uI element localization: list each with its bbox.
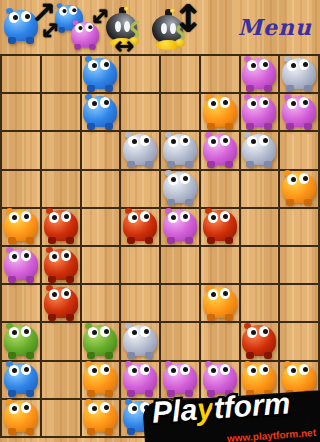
bomb-spark-icon — [170, 8, 175, 13]
eye — [287, 174, 297, 185]
board-cell-r3c1[interactable] — [2, 132, 42, 170]
board-cell-r4c7[interactable] — [241, 171, 281, 209]
board-cell-r2c4[interactable] — [121, 94, 161, 132]
pink-critter-icon — [71, 24, 99, 48]
board-cell-r2c5[interactable] — [161, 94, 201, 132]
bomb-icon — [150, 8, 188, 50]
eye — [140, 326, 150, 337]
piece-green[interactable] — [83, 325, 117, 356]
piece-pink[interactable] — [242, 96, 276, 127]
board-cell-r1c1[interactable] — [2, 56, 42, 94]
eye — [9, 327, 19, 338]
board-cell-r2c1[interactable] — [2, 94, 42, 132]
board-cell-r8c5[interactable] — [161, 323, 201, 361]
board-cell-r5c8[interactable] — [280, 209, 320, 247]
board-cell-r5c3[interactable] — [82, 209, 122, 247]
piece-green[interactable] — [4, 325, 38, 356]
eye — [9, 251, 19, 262]
eye — [299, 364, 309, 375]
eye — [140, 211, 150, 222]
piece-pink[interactable] — [163, 210, 197, 241]
board-cell-r7c4[interactable] — [121, 285, 161, 323]
eye — [69, 6, 77, 15]
eye — [259, 135, 269, 146]
board-cell-r6c1[interactable] — [2, 247, 42, 285]
board-cell-r6c6[interactable] — [201, 247, 241, 285]
board-cell-r4c5[interactable] — [161, 171, 201, 209]
eye — [88, 403, 98, 414]
eye — [21, 11, 31, 22]
swap-critters-tool-button[interactable]: ↔ ↔ — [48, 4, 104, 54]
board-cell-r5c2[interactable] — [42, 209, 82, 247]
eye — [85, 23, 93, 32]
piece-orange[interactable] — [4, 401, 38, 432]
eye — [220, 97, 230, 108]
eye — [180, 173, 190, 184]
eye — [299, 173, 309, 184]
game-screen: ↗ ↔ ↔ ↔ — [0, 0, 320, 442]
eye — [21, 250, 31, 261]
board-cell-r3c5[interactable] — [161, 132, 201, 170]
eye — [208, 212, 218, 223]
bomb-column-tool-button[interactable]: ↕ — [148, 6, 198, 52]
board-cell-r1c6[interactable] — [201, 56, 241, 94]
eye — [128, 212, 138, 223]
board-cell-r6c2[interactable] — [42, 247, 82, 285]
board-cell-r6c4[interactable] — [121, 247, 161, 285]
playtform-watermark: Playtform www.playtform.net — [148, 390, 320, 442]
bomb-row-tool-button[interactable]: ↔ — [104, 4, 148, 52]
eye — [128, 365, 138, 376]
piece-red[interactable] — [242, 325, 276, 356]
eye — [168, 365, 178, 376]
board-cell-r1c4[interactable] — [121, 56, 161, 94]
board-cell-r4c1[interactable] — [2, 171, 42, 209]
board-cell-r3c7[interactable] — [241, 132, 281, 170]
move-diagonal-tool-button[interactable]: ↗ — [2, 6, 48, 52]
eye — [61, 250, 71, 261]
piece-red[interactable] — [44, 249, 78, 280]
board-cell-r5c5[interactable] — [161, 209, 201, 247]
board-cell-r1c2[interactable] — [42, 56, 82, 94]
piece-red[interactable] — [44, 210, 78, 241]
eye — [247, 60, 257, 71]
piece-orange[interactable] — [4, 210, 38, 241]
board-cell-r9c2[interactable] — [42, 362, 82, 400]
eye — [128, 136, 138, 147]
eye — [49, 212, 59, 223]
piece-red[interactable] — [203, 210, 237, 241]
eye — [9, 212, 19, 223]
eye — [128, 403, 138, 414]
piece-red[interactable] — [44, 287, 78, 318]
eye — [287, 98, 297, 109]
eye — [100, 326, 110, 337]
board-cell-r8c7[interactable] — [241, 323, 281, 361]
board-cell-r2c2[interactable] — [42, 94, 82, 132]
piece-silver[interactable] — [163, 172, 197, 203]
eye — [88, 98, 98, 109]
eye — [247, 136, 257, 147]
piece-orange[interactable] — [203, 96, 237, 127]
eye — [168, 212, 178, 223]
piece-pink[interactable] — [242, 58, 276, 89]
board-cell-r8c8[interactable] — [280, 323, 320, 361]
eye — [88, 365, 98, 376]
board-cell-r7c7[interactable] — [241, 285, 281, 323]
board-cell-r5c1[interactable] — [2, 209, 42, 247]
board-cell-r6c8[interactable] — [280, 247, 320, 285]
board-cell-r9c3[interactable] — [82, 362, 122, 400]
board-cell-r6c7[interactable] — [241, 247, 281, 285]
eye — [21, 211, 31, 222]
board-cell-r9c1[interactable] — [2, 362, 42, 400]
eye — [247, 365, 257, 376]
board-cell-r7c5[interactable] — [161, 285, 201, 323]
board-cell-r1c5[interactable] — [161, 56, 201, 94]
eye — [128, 327, 138, 338]
eye — [61, 211, 71, 222]
eye — [220, 135, 230, 146]
piece-blue — [4, 10, 38, 41]
eye — [247, 327, 257, 338]
eye — [140, 135, 150, 146]
eye — [180, 211, 190, 222]
eye — [220, 288, 230, 299]
board-cell-r8c1[interactable] — [2, 323, 42, 361]
eye — [259, 364, 269, 375]
board-cell-r10c3[interactable] — [82, 400, 122, 438]
eye — [21, 364, 31, 375]
piece-silver[interactable] — [123, 134, 157, 165]
eye — [100, 97, 110, 108]
board-cell-r2c6[interactable] — [201, 94, 241, 132]
board-cell-r3c4[interactable] — [121, 132, 161, 170]
piece-blue[interactable] — [83, 96, 117, 127]
board-cell-r6c3[interactable] — [82, 247, 122, 285]
eye — [208, 98, 218, 109]
game-board[interactable] — [0, 54, 320, 438]
eye — [168, 136, 178, 147]
eye — [75, 24, 83, 33]
board-cell-r4c2[interactable] — [42, 171, 82, 209]
board-cell-r5c4[interactable] — [121, 209, 161, 247]
piece-silver[interactable] — [123, 325, 157, 356]
blue-critter-icon — [4, 12, 38, 41]
eye — [259, 59, 269, 70]
piece-pink[interactable] — [282, 96, 316, 127]
board-cell-r7c6[interactable] — [201, 285, 241, 323]
menu-button[interactable]: Menu — [238, 14, 312, 40]
eye — [61, 288, 71, 299]
board-cell-r7c2[interactable] — [42, 285, 82, 323]
board-cell-r1c7[interactable] — [241, 56, 281, 94]
eye — [220, 364, 230, 375]
piece-pink — [71, 22, 99, 47]
board-cell-r5c6[interactable] — [201, 209, 241, 247]
eye — [88, 60, 98, 71]
piece-pink[interactable] — [4, 249, 38, 280]
piece-silver[interactable] — [282, 58, 316, 89]
eye — [299, 97, 309, 108]
board-cell-r7c1[interactable] — [2, 285, 42, 323]
piece-orange[interactable] — [83, 401, 117, 432]
board-cell-r3c6[interactable] — [201, 132, 241, 170]
piece-pink[interactable] — [203, 134, 237, 165]
eye — [21, 326, 31, 337]
board-cell-r2c3[interactable] — [82, 94, 122, 132]
eye — [220, 211, 230, 222]
eye — [9, 365, 19, 376]
board-cell-r1c3[interactable] — [82, 56, 122, 94]
board-cell-r7c3[interactable] — [82, 285, 122, 323]
eye — [100, 59, 110, 70]
piece-silver[interactable] — [163, 134, 197, 165]
eye — [180, 364, 190, 375]
eye — [9, 403, 19, 414]
eye — [88, 327, 98, 338]
piece-blue[interactable] — [83, 58, 117, 89]
eye — [208, 136, 218, 147]
bomb-icon — [104, 6, 142, 48]
board-cell-r3c8[interactable] — [280, 132, 320, 170]
board-cell-r7c8[interactable] — [280, 285, 320, 323]
eye — [299, 59, 309, 70]
piece-orange[interactable] — [282, 172, 316, 203]
piece-orange[interactable] — [203, 287, 237, 318]
eye — [180, 135, 190, 146]
board-cell-r8c6[interactable] — [201, 323, 241, 361]
board-cell-r3c3[interactable] — [82, 132, 122, 170]
eye — [140, 364, 150, 375]
eye — [100, 402, 110, 413]
eye — [287, 60, 297, 71]
board-cell-r4c8[interactable] — [280, 171, 320, 209]
board-cell-r3c2[interactable] — [42, 132, 82, 170]
board-cell-r4c3[interactable] — [82, 171, 122, 209]
piece-silver[interactable] — [242, 134, 276, 165]
board-cell-r4c4[interactable] — [121, 171, 161, 209]
board-cell-r1c8[interactable] — [280, 56, 320, 94]
eye — [287, 365, 297, 376]
eye — [49, 251, 59, 262]
eye — [208, 289, 218, 300]
toolbar: ↗ ↔ ↔ ↔ — [0, 0, 320, 54]
board-cell-r2c8[interactable] — [280, 94, 320, 132]
board-cell-r8c3[interactable] — [82, 323, 122, 361]
eye — [49, 289, 59, 300]
eye — [168, 174, 178, 185]
board-cell-r8c4[interactable] — [121, 323, 161, 361]
piece-blue[interactable] — [4, 363, 38, 394]
eye — [59, 7, 67, 16]
eye — [21, 402, 31, 413]
board-cell-r4c6[interactable] — [201, 171, 241, 209]
board-cell-r2c7[interactable] — [241, 94, 281, 132]
eye — [259, 97, 269, 108]
eye — [208, 365, 218, 376]
eye — [100, 364, 110, 375]
eye — [9, 12, 19, 23]
board-cell-r5c7[interactable] — [241, 209, 281, 247]
eye — [259, 326, 269, 337]
piece-red[interactable] — [123, 210, 157, 241]
board-cell-r10c2[interactable] — [42, 400, 82, 438]
piece-orange[interactable] — [83, 363, 117, 394]
board-cell-r8c2[interactable] — [42, 323, 82, 361]
eye — [247, 98, 257, 109]
board-cell-r6c5[interactable] — [161, 247, 201, 285]
board-cell-r10c1[interactable] — [2, 400, 42, 438]
bomb-spark-icon — [124, 6, 129, 11]
